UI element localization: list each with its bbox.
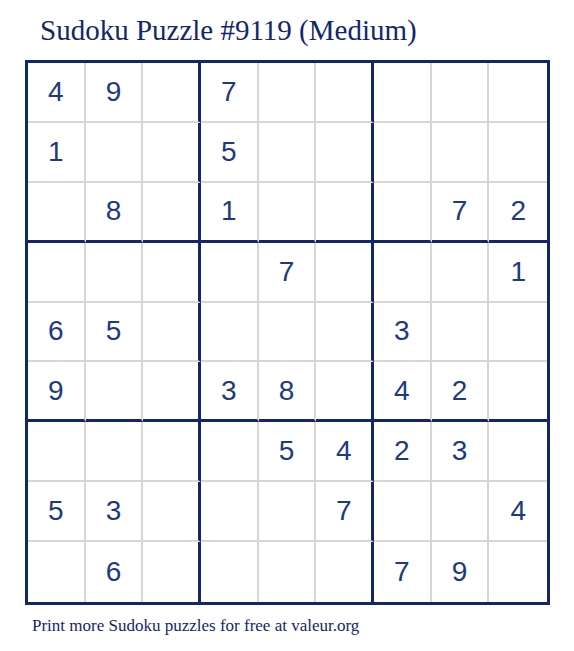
cell-r8c9: 4 <box>489 482 547 542</box>
cell-r5c2: 5 <box>86 303 144 363</box>
cell-r5c1: 6 <box>28 303 86 363</box>
cell-r2c7[interactable] <box>374 123 432 183</box>
cell-r9c6[interactable] <box>316 542 374 602</box>
cell-r4c1[interactable] <box>28 243 86 303</box>
cell-r7c2[interactable] <box>86 422 144 482</box>
cell-r8c7[interactable] <box>374 482 432 542</box>
cell-r3c3[interactable] <box>143 183 201 243</box>
puzzle-title: Sudoku Puzzle #9119 (Medium) <box>0 0 574 47</box>
cell-r2c2[interactable] <box>86 123 144 183</box>
cell-r4c8[interactable] <box>432 243 490 303</box>
cell-r2c4: 5 <box>201 123 259 183</box>
cell-r4c6[interactable] <box>316 243 374 303</box>
cell-r1c8[interactable] <box>432 63 490 123</box>
cell-r1c1: 4 <box>28 63 86 123</box>
cell-r8c5[interactable] <box>259 482 317 542</box>
cell-r6c3[interactable] <box>143 362 201 422</box>
cell-r5c6[interactable] <box>316 303 374 363</box>
cell-r7c3[interactable] <box>143 422 201 482</box>
cell-r3c6[interactable] <box>316 183 374 243</box>
cell-r6c1: 9 <box>28 362 86 422</box>
cell-r4c9: 1 <box>489 243 547 303</box>
cell-r6c9[interactable] <box>489 362 547 422</box>
cell-r7c1[interactable] <box>28 422 86 482</box>
cell-r5c7: 3 <box>374 303 432 363</box>
cell-r4c2[interactable] <box>86 243 144 303</box>
cell-r3c9: 2 <box>489 183 547 243</box>
cell-r4c4[interactable] <box>201 243 259 303</box>
cell-r7c9[interactable] <box>489 422 547 482</box>
cell-r3c7[interactable] <box>374 183 432 243</box>
cell-r9c1[interactable] <box>28 542 86 602</box>
cell-r9c8: 9 <box>432 542 490 602</box>
cell-r6c6[interactable] <box>316 362 374 422</box>
cell-r3c4: 1 <box>201 183 259 243</box>
page: Sudoku Puzzle #9119 (Medium) 49715817271… <box>0 0 574 651</box>
cell-r4c3[interactable] <box>143 243 201 303</box>
cell-r9c3[interactable] <box>143 542 201 602</box>
cell-r3c5[interactable] <box>259 183 317 243</box>
cell-r3c8: 7 <box>432 183 490 243</box>
footer-text: Print more Sudoku puzzles for free at va… <box>32 616 574 636</box>
sudoku-board: 497158172716539384254235374679 <box>25 60 550 605</box>
cell-r8c4[interactable] <box>201 482 259 542</box>
cell-r8c2: 3 <box>86 482 144 542</box>
cell-r5c5[interactable] <box>259 303 317 363</box>
cell-r2c6[interactable] <box>316 123 374 183</box>
cell-r1c6[interactable] <box>316 63 374 123</box>
cell-r1c9[interactable] <box>489 63 547 123</box>
cell-r1c7[interactable] <box>374 63 432 123</box>
cell-r7c8: 3 <box>432 422 490 482</box>
cell-r9c4[interactable] <box>201 542 259 602</box>
cell-r9c2: 6 <box>86 542 144 602</box>
cell-r2c5[interactable] <box>259 123 317 183</box>
cell-r7c4[interactable] <box>201 422 259 482</box>
cell-r3c1[interactable] <box>28 183 86 243</box>
cell-r9c7: 7 <box>374 542 432 602</box>
cell-r8c3[interactable] <box>143 482 201 542</box>
cell-r3c2: 8 <box>86 183 144 243</box>
cell-r1c4: 7 <box>201 63 259 123</box>
cell-r1c3[interactable] <box>143 63 201 123</box>
cell-r6c5: 8 <box>259 362 317 422</box>
cell-r8c8[interactable] <box>432 482 490 542</box>
cell-r5c8[interactable] <box>432 303 490 363</box>
cell-r2c8[interactable] <box>432 123 490 183</box>
cell-r6c2[interactable] <box>86 362 144 422</box>
cell-r6c4: 3 <box>201 362 259 422</box>
cell-r2c3[interactable] <box>143 123 201 183</box>
cell-r5c9[interactable] <box>489 303 547 363</box>
cell-r8c1: 5 <box>28 482 86 542</box>
cell-r2c9[interactable] <box>489 123 547 183</box>
cell-r5c3[interactable] <box>143 303 201 363</box>
cell-r1c2: 9 <box>86 63 144 123</box>
cell-r2c1: 1 <box>28 123 86 183</box>
cell-r7c5: 5 <box>259 422 317 482</box>
cell-r4c5: 7 <box>259 243 317 303</box>
cell-r6c7: 4 <box>374 362 432 422</box>
cell-r6c8: 2 <box>432 362 490 422</box>
cell-r4c7[interactable] <box>374 243 432 303</box>
cell-r9c9[interactable] <box>489 542 547 602</box>
cell-r9c5[interactable] <box>259 542 317 602</box>
cell-r5c4[interactable] <box>201 303 259 363</box>
cell-r1c5[interactable] <box>259 63 317 123</box>
cell-r7c6: 4 <box>316 422 374 482</box>
cell-r7c7: 2 <box>374 422 432 482</box>
cell-r8c6: 7 <box>316 482 374 542</box>
